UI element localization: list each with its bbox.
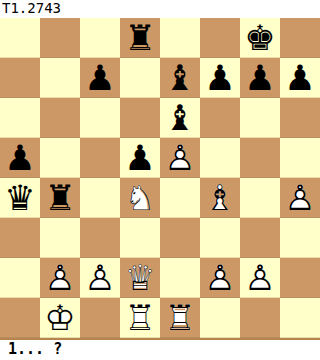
square-b2[interactable]: ♟♙ — [40, 258, 80, 298]
move-prompt: 1... ? — [8, 340, 62, 358]
square-b8[interactable] — [40, 18, 80, 58]
piece-glyph-fill: ♟ — [280, 58, 320, 98]
square-a8[interactable] — [0, 18, 40, 58]
square-e4[interactable] — [160, 178, 200, 218]
piece-glyph-fill: ♟ — [240, 58, 280, 98]
square-g3[interactable] — [240, 218, 280, 258]
piece-glyph-fill: ♝ — [160, 58, 200, 98]
puzzle-id: T1.2743 — [2, 0, 61, 16]
square-g5[interactable] — [240, 138, 280, 178]
square-c6[interactable] — [80, 98, 120, 138]
piece-glyph-fill: ♝ — [160, 98, 200, 138]
square-a5[interactable]: ♟♙ — [0, 138, 40, 178]
piece-white-pawn[interactable]: ♟♙ — [40, 258, 80, 298]
square-c5[interactable] — [80, 138, 120, 178]
square-h1[interactable] — [280, 298, 320, 338]
piece-black-king[interactable]: ♚♔ — [240, 18, 280, 58]
square-f1[interactable] — [200, 298, 240, 338]
piece-glyph-outline: ♙ — [160, 138, 200, 178]
piece-white-pawn[interactable]: ♟♙ — [280, 178, 320, 218]
square-e5[interactable]: ♟♙ — [160, 138, 200, 178]
piece-glyph-outline: ♔ — [40, 298, 80, 338]
square-e7[interactable]: ♝♗ — [160, 58, 200, 98]
square-g1[interactable] — [240, 298, 280, 338]
square-f7[interactable]: ♟♙ — [200, 58, 240, 98]
chess-puzzle-window: T1.2743 ♜♖♚♔♟♙♝♗♟♙♟♙♟♙♝♗♟♙♟♙♟♙♛♕♜♖♞♘♝♗♟♙… — [0, 0, 320, 360]
square-g4[interactable] — [240, 178, 280, 218]
square-f5[interactable] — [200, 138, 240, 178]
square-h3[interactable] — [280, 218, 320, 258]
piece-glyph-fill: ♜ — [120, 18, 160, 58]
piece-glyph-outline: ♙ — [240, 258, 280, 298]
square-f6[interactable] — [200, 98, 240, 138]
piece-white-pawn[interactable]: ♟♙ — [80, 258, 120, 298]
square-d1[interactable]: ♜♖ — [120, 298, 160, 338]
status-bar: 1... ? — [0, 340, 320, 360]
square-g8[interactable]: ♚♔ — [240, 18, 280, 58]
square-d6[interactable] — [120, 98, 160, 138]
piece-glyph-fill: ♚ — [240, 18, 280, 58]
square-a6[interactable] — [0, 98, 40, 138]
square-d4[interactable]: ♞♘ — [120, 178, 160, 218]
square-c3[interactable] — [80, 218, 120, 258]
chess-board: ♜♖♚♔♟♙♝♗♟♙♟♙♟♙♝♗♟♙♟♙♟♙♛♕♜♖♞♘♝♗♟♙♟♙♟♙♛♕♟♙… — [0, 18, 320, 340]
square-c7[interactable]: ♟♙ — [80, 58, 120, 98]
piece-glyph-outline: ♙ — [40, 258, 80, 298]
square-h6[interactable] — [280, 98, 320, 138]
piece-glyph-fill: ♟ — [120, 138, 160, 178]
piece-glyph-outline: ♖ — [160, 298, 200, 338]
square-f8[interactable] — [200, 18, 240, 58]
square-b6[interactable] — [40, 98, 80, 138]
square-f4[interactable]: ♝♗ — [200, 178, 240, 218]
square-g7[interactable]: ♟♙ — [240, 58, 280, 98]
square-b3[interactable] — [40, 218, 80, 258]
square-b7[interactable] — [40, 58, 80, 98]
square-a3[interactable] — [0, 218, 40, 258]
piece-glyph-fill: ♟ — [200, 58, 240, 98]
square-d8[interactable]: ♜♖ — [120, 18, 160, 58]
square-b1[interactable]: ♚♔ — [40, 298, 80, 338]
square-f3[interactable] — [200, 218, 240, 258]
piece-black-pawn[interactable]: ♟♙ — [80, 58, 120, 98]
piece-white-king[interactable]: ♚♔ — [40, 298, 80, 338]
piece-glyph-fill: ♟ — [0, 138, 40, 178]
square-c1[interactable] — [80, 298, 120, 338]
title-bar: T1.2743 — [0, 0, 320, 18]
piece-glyph-fill: ♛ — [0, 178, 40, 218]
piece-glyph-fill: ♟ — [80, 58, 120, 98]
square-b4[interactable]: ♜♖ — [40, 178, 80, 218]
square-a7[interactable] — [0, 58, 40, 98]
square-c2[interactable]: ♟♙ — [80, 258, 120, 298]
piece-black-rook[interactable]: ♜♖ — [40, 178, 80, 218]
square-d7[interactable] — [120, 58, 160, 98]
piece-white-pawn[interactable]: ♟♙ — [240, 258, 280, 298]
piece-black-pawn[interactable]: ♟♙ — [120, 138, 160, 178]
piece-black-pawn[interactable]: ♟♙ — [280, 58, 320, 98]
square-d5[interactable]: ♟♙ — [120, 138, 160, 178]
square-e8[interactable] — [160, 18, 200, 58]
square-c4[interactable] — [80, 178, 120, 218]
piece-white-pawn[interactable]: ♟♙ — [200, 258, 240, 298]
square-f2[interactable]: ♟♙ — [200, 258, 240, 298]
square-h7[interactable]: ♟♙ — [280, 58, 320, 98]
square-c8[interactable] — [80, 18, 120, 58]
piece-glyph-outline: ♙ — [280, 178, 320, 218]
piece-glyph-outline: ♗ — [200, 178, 240, 218]
piece-black-bishop[interactable]: ♝♗ — [160, 58, 200, 98]
square-e2[interactable] — [160, 258, 200, 298]
piece-glyph-outline: ♙ — [200, 258, 240, 298]
square-g6[interactable] — [240, 98, 280, 138]
piece-black-bishop[interactable]: ♝♗ — [160, 98, 200, 138]
square-h5[interactable] — [280, 138, 320, 178]
square-e6[interactable]: ♝♗ — [160, 98, 200, 138]
piece-glyph-outline: ♘ — [120, 178, 160, 218]
piece-white-rook[interactable]: ♜♖ — [120, 298, 160, 338]
piece-glyph-fill: ♜ — [40, 178, 80, 218]
piece-black-pawn[interactable]: ♟♙ — [0, 138, 40, 178]
piece-white-queen[interactable]: ♛♕ — [120, 258, 160, 298]
square-e1[interactable]: ♜♖ — [160, 298, 200, 338]
piece-black-pawn[interactable]: ♟♙ — [240, 58, 280, 98]
square-e3[interactable] — [160, 218, 200, 258]
square-d2[interactable]: ♛♕ — [120, 258, 160, 298]
square-h8[interactable] — [280, 18, 320, 58]
square-a1[interactable] — [0, 298, 40, 338]
piece-black-queen[interactable]: ♛♕ — [0, 178, 40, 218]
piece-white-bishop[interactable]: ♝♗ — [200, 178, 240, 218]
piece-black-pawn[interactable]: ♟♙ — [200, 58, 240, 98]
square-a4[interactable]: ♛♕ — [0, 178, 40, 218]
square-g2[interactable]: ♟♙ — [240, 258, 280, 298]
square-a2[interactable] — [0, 258, 40, 298]
piece-glyph-outline: ♖ — [120, 298, 160, 338]
piece-white-knight[interactable]: ♞♘ — [120, 178, 160, 218]
square-b5[interactable] — [40, 138, 80, 178]
piece-white-rook[interactable]: ♜♖ — [160, 298, 200, 338]
piece-white-pawn[interactable]: ♟♙ — [160, 138, 200, 178]
square-h2[interactable] — [280, 258, 320, 298]
piece-glyph-outline: ♙ — [80, 258, 120, 298]
square-d3[interactable] — [120, 218, 160, 258]
piece-glyph-outline: ♕ — [120, 258, 160, 298]
piece-black-rook[interactable]: ♜♖ — [120, 18, 160, 58]
square-h4[interactable]: ♟♙ — [280, 178, 320, 218]
